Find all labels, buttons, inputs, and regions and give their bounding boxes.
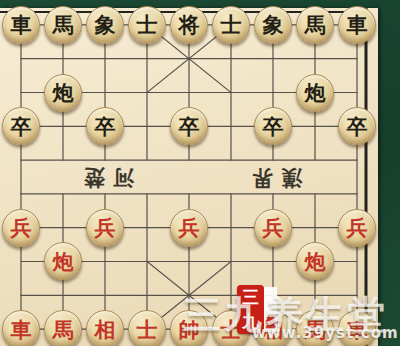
cell-f6[interactable]	[210, 211, 252, 245]
cell-a2[interactable]	[0, 76, 42, 110]
cell-a3[interactable]: 卒	[0, 109, 42, 143]
piece-black[interactable]: 卒	[86, 107, 124, 145]
cell-a0[interactable]: 車	[0, 8, 42, 42]
cell-b7[interactable]: 炮	[42, 245, 84, 279]
cell-b0[interactable]: 馬	[42, 8, 84, 42]
cell-h0[interactable]: 馬	[294, 8, 336, 42]
cell-c8[interactable]	[84, 278, 126, 312]
cell-g5[interactable]	[252, 177, 294, 211]
piece-black[interactable]: 象	[86, 6, 124, 44]
cell-c7[interactable]	[84, 245, 126, 279]
cell-e4[interactable]	[168, 143, 210, 177]
piece-black[interactable]: 卒	[2, 107, 40, 145]
cell-i7[interactable]	[336, 245, 378, 279]
piece-black[interactable]: 象	[254, 6, 292, 44]
piece-red[interactable]: 兵	[2, 209, 40, 247]
cell-e2[interactable]	[168, 76, 210, 110]
piece-red[interactable]: 士	[128, 310, 166, 346]
cell-e6[interactable]: 兵	[168, 211, 210, 245]
cell-h3[interactable]	[294, 109, 336, 143]
cell-e7[interactable]	[168, 245, 210, 279]
cell-c3[interactable]: 卒	[84, 109, 126, 143]
cell-b6[interactable]	[42, 211, 84, 245]
piece-black[interactable]: 炮	[44, 74, 82, 112]
cell-a7[interactable]	[0, 245, 42, 279]
cell-a1[interactable]	[0, 42, 42, 76]
cell-c4[interactable]	[84, 143, 126, 177]
cell-b3[interactable]	[42, 109, 84, 143]
piece-red[interactable]: 馬	[44, 310, 82, 346]
piece-red[interactable]: 兵	[338, 209, 376, 247]
cell-d4[interactable]	[126, 143, 168, 177]
cell-h7[interactable]: 炮	[294, 245, 336, 279]
cell-f4[interactable]	[210, 143, 252, 177]
piece-red[interactable]: 炮	[44, 242, 82, 280]
cell-b8[interactable]	[42, 278, 84, 312]
cell-c9[interactable]: 相	[84, 312, 126, 346]
cell-c1[interactable]	[84, 42, 126, 76]
piece-black[interactable]: 馬	[44, 6, 82, 44]
cell-f2[interactable]	[210, 76, 252, 110]
piece-red[interactable]: 兵	[254, 209, 292, 247]
piece-black[interactable]: 将	[170, 6, 208, 44]
cell-h5[interactable]	[294, 177, 336, 211]
cell-i2[interactable]	[336, 76, 378, 110]
cell-c5[interactable]	[84, 177, 126, 211]
cell-a6[interactable]: 兵	[0, 211, 42, 245]
cell-d0[interactable]: 士	[126, 8, 168, 42]
piece-black[interactable]: 士	[128, 6, 166, 44]
piece-black[interactable]: 士	[212, 6, 250, 44]
piece-red[interactable]: 相	[86, 310, 124, 346]
cell-a4[interactable]	[0, 143, 42, 177]
cell-h1[interactable]	[294, 42, 336, 76]
cell-c0[interactable]: 象	[84, 8, 126, 42]
cell-d5[interactable]	[126, 177, 168, 211]
cell-d9[interactable]: 士	[126, 312, 168, 346]
photo-stage: 楚河 界漢 車馬象士将士象馬車炮炮卒卒卒卒卒兵兵兵兵兵炮炮車馬相士帥士相馬車 三…	[0, 0, 400, 346]
cell-c2[interactable]	[84, 76, 126, 110]
cell-i3[interactable]: 卒	[336, 109, 378, 143]
watermark-url: www.39yst.com	[252, 324, 399, 342]
cell-f5[interactable]	[210, 177, 252, 211]
cell-g4[interactable]	[252, 143, 294, 177]
cell-i6[interactable]: 兵	[336, 211, 378, 245]
cell-h6[interactable]	[294, 211, 336, 245]
cell-d1[interactable]	[126, 42, 168, 76]
piece-red[interactable]: 車	[2, 310, 40, 346]
cell-c6[interactable]: 兵	[84, 211, 126, 245]
cell-g1[interactable]	[252, 42, 294, 76]
cell-f7[interactable]	[210, 245, 252, 279]
cell-i1[interactable]	[336, 42, 378, 76]
cell-h4[interactable]	[294, 143, 336, 177]
cell-d2[interactable]	[126, 76, 168, 110]
cell-b4[interactable]	[42, 143, 84, 177]
cell-d6[interactable]	[126, 211, 168, 245]
piece-black[interactable]: 卒	[254, 107, 292, 145]
cell-i5[interactable]	[336, 177, 378, 211]
cell-i0[interactable]: 車	[336, 8, 378, 42]
cell-d3[interactable]	[126, 109, 168, 143]
piece-black[interactable]: 車	[2, 6, 40, 44]
piece-black[interactable]: 馬	[296, 6, 334, 44]
cell-b9[interactable]: 馬	[42, 312, 84, 346]
cell-a5[interactable]	[0, 177, 42, 211]
piece-black[interactable]: 卒	[170, 107, 208, 145]
cell-d8[interactable]	[126, 278, 168, 312]
cell-f3[interactable]	[210, 109, 252, 143]
cell-g6[interactable]: 兵	[252, 211, 294, 245]
piece-red[interactable]: 炮	[296, 242, 334, 280]
piece-black[interactable]: 卒	[338, 107, 376, 145]
cell-i4[interactable]	[336, 143, 378, 177]
cell-d7[interactable]	[126, 245, 168, 279]
cell-e3[interactable]: 卒	[168, 109, 210, 143]
cell-h2[interactable]: 炮	[294, 76, 336, 110]
cell-b5[interactable]	[42, 177, 84, 211]
cell-f0[interactable]: 士	[210, 8, 252, 42]
piece-red[interactable]: 兵	[86, 209, 124, 247]
cell-e0[interactable]: 将	[168, 8, 210, 42]
cell-g3[interactable]: 卒	[252, 109, 294, 143]
cell-b1[interactable]	[42, 42, 84, 76]
cell-a8[interactable]	[0, 278, 42, 312]
cell-e5[interactable]	[168, 177, 210, 211]
cell-f1[interactable]	[210, 42, 252, 76]
cell-g0[interactable]: 象	[252, 8, 294, 42]
cell-a9[interactable]: 車	[0, 312, 42, 346]
piece-black[interactable]: 炮	[296, 74, 334, 112]
cell-g7[interactable]	[252, 245, 294, 279]
cell-b2[interactable]: 炮	[42, 76, 84, 110]
piece-red[interactable]: 兵	[170, 209, 208, 247]
cell-e1[interactable]	[168, 42, 210, 76]
cell-g2[interactable]	[252, 76, 294, 110]
piece-black[interactable]: 車	[338, 6, 376, 44]
